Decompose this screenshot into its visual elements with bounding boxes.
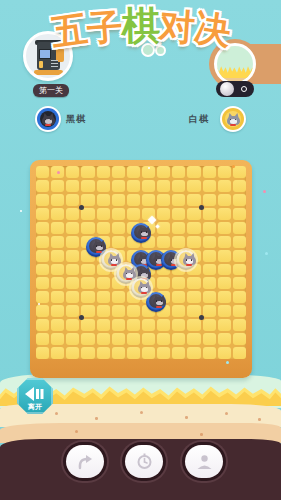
board-cell (218, 222, 231, 234)
board-cell (97, 222, 110, 234)
board-cell (172, 347, 185, 359)
board-cell (66, 194, 79, 206)
board-cell (233, 305, 246, 317)
board-cell (203, 250, 216, 262)
board-cell (51, 264, 64, 276)
confetti-speck (265, 252, 268, 255)
game-screen: 五子棋对决 第一关 黑棋 白棋 (0, 0, 281, 500)
board-cell (203, 222, 216, 234)
board-cell (51, 222, 64, 234)
board-cell (233, 180, 246, 192)
board-cell (142, 319, 155, 331)
board-cell (172, 236, 185, 248)
board-cell (66, 236, 79, 248)
mini-stone-icon (241, 86, 247, 92)
board-cell (233, 333, 246, 345)
board-cell (203, 236, 216, 248)
confetti-speck (263, 190, 266, 193)
board-cell (142, 333, 155, 345)
board-cell (51, 250, 64, 262)
board-cell (218, 319, 231, 331)
board-cell (187, 291, 200, 303)
confetti-speck (226, 361, 229, 364)
board-cell (218, 291, 231, 303)
board-cell (36, 250, 49, 262)
board-cell (218, 264, 231, 276)
redo-button[interactable] (66, 445, 104, 478)
board-cell (36, 236, 49, 248)
board-cell (203, 319, 216, 331)
board-cell (157, 222, 170, 234)
board-cell (51, 208, 64, 220)
board-cell (112, 333, 125, 345)
board-cell (233, 277, 246, 289)
board-cell (203, 291, 216, 303)
confetti-speck (57, 171, 60, 174)
board-cell (36, 264, 49, 276)
board-cell (51, 333, 64, 345)
board-cell (218, 180, 231, 192)
board-cell (233, 222, 246, 234)
board-cell (36, 222, 49, 234)
black-player-label: 黑棋 (66, 113, 86, 126)
board-cell (127, 208, 140, 220)
board-cell (97, 319, 110, 331)
board-cell (51, 236, 64, 248)
board-cell (142, 347, 155, 359)
board-cell (97, 166, 110, 178)
board-cell (187, 333, 200, 345)
curved-arrow-icon (76, 454, 94, 470)
stone-white (131, 278, 151, 298)
board-cell (97, 347, 110, 359)
board-cell (51, 319, 64, 331)
board-cell (233, 208, 246, 220)
board-cell (51, 291, 64, 303)
board-cell (157, 333, 170, 345)
board-cell (172, 222, 185, 234)
black-player-avatar (35, 106, 61, 132)
star-point (199, 205, 204, 210)
board-cell (36, 291, 49, 303)
board-cell (157, 277, 170, 289)
board-cell (233, 347, 246, 359)
clock-icon (136, 453, 153, 470)
board-cell (36, 347, 49, 359)
board-cell (81, 264, 94, 276)
board-cell (36, 305, 49, 317)
timer-button[interactable] (125, 445, 163, 478)
board-cell (51, 347, 64, 359)
board-cell (203, 305, 216, 317)
board-cell (97, 208, 110, 220)
board-cell (66, 180, 79, 192)
board-cell (233, 319, 246, 331)
board-cell (203, 277, 216, 289)
board-cell (112, 166, 125, 178)
board-cell (36, 166, 49, 178)
board-cell (172, 166, 185, 178)
white-player-avatar (220, 106, 246, 132)
board-cell (203, 194, 216, 206)
board-cell (127, 194, 140, 206)
board-cell (172, 319, 185, 331)
board-cell (233, 166, 246, 178)
board-cell (218, 347, 231, 359)
board-cell (51, 277, 64, 289)
board-cell (36, 277, 49, 289)
board-cell (112, 208, 125, 220)
board-cell (157, 180, 170, 192)
board-cell (172, 208, 185, 220)
board-cell (157, 194, 170, 206)
board-cell (81, 222, 94, 234)
stone-black (146, 292, 166, 312)
star-point (199, 315, 204, 320)
confetti-speck (148, 167, 150, 169)
board-cell (172, 194, 185, 206)
level-progress-indicator (216, 81, 254, 97)
page-title: 五子棋对决 (0, 4, 281, 53)
board-cell (66, 208, 79, 220)
board-cell (81, 277, 94, 289)
person-icon (196, 454, 213, 470)
board-cell (66, 222, 79, 234)
board-cell (81, 319, 94, 331)
board-cell (218, 333, 231, 345)
star-point (79, 205, 84, 210)
stone-black (131, 223, 151, 243)
board-cell (233, 194, 246, 206)
board-cell (112, 291, 125, 303)
board-cell (203, 180, 216, 192)
title-char: 决 (191, 4, 233, 58)
board-cell (66, 305, 79, 317)
board-cell (187, 194, 200, 206)
board-cell (218, 194, 231, 206)
board-cell (142, 180, 155, 192)
board-cell (218, 236, 231, 248)
board-cell (142, 194, 155, 206)
board-cell (187, 180, 200, 192)
board-cell (172, 291, 185, 303)
title-char: 五 (48, 5, 90, 59)
board-cell (157, 319, 170, 331)
board-cell (36, 194, 49, 206)
board-cell (127, 305, 140, 317)
board-cell (203, 264, 216, 276)
board-cell (81, 194, 94, 206)
back-arrow-icon (25, 386, 45, 402)
board-cell (66, 277, 79, 289)
board-cell (233, 264, 246, 276)
board-cell (112, 305, 125, 317)
board-cell (97, 333, 110, 345)
board-cell (81, 291, 94, 303)
board-cell (233, 250, 246, 262)
board-cell (127, 180, 140, 192)
board-cell (203, 208, 216, 220)
board-cell (51, 194, 64, 206)
board-cell (66, 333, 79, 345)
board-cell (81, 208, 94, 220)
board-cell (203, 166, 216, 178)
board-cell (157, 347, 170, 359)
board-cell (97, 180, 110, 192)
confetti-speck (232, 165, 235, 168)
board-cell (81, 180, 94, 192)
board-cell (203, 347, 216, 359)
board-cell (66, 347, 79, 359)
board-cell (218, 208, 231, 220)
board-cell (97, 291, 110, 303)
confetti-speck (20, 210, 22, 212)
board-cell (66, 166, 79, 178)
board-cell (172, 333, 185, 345)
board-cell (187, 277, 200, 289)
board-cell (112, 180, 125, 192)
star-point (79, 315, 84, 320)
board-cell (97, 305, 110, 317)
board-cell (66, 250, 79, 262)
board-cell (97, 277, 110, 289)
board-cell (36, 333, 49, 345)
board-cell (127, 319, 140, 331)
board-cell (66, 319, 79, 331)
board-cell (157, 208, 170, 220)
board-cell (51, 180, 64, 192)
board-cell (127, 166, 140, 178)
board-cell (112, 222, 125, 234)
board-cell (66, 291, 79, 303)
board-cell (112, 319, 125, 331)
profile-button[interactable] (185, 445, 223, 478)
board-cell (172, 305, 185, 317)
title-char: 棋 (121, 0, 161, 53)
board-cell (51, 305, 64, 317)
confetti-speck (38, 303, 40, 305)
title-char: 子 (85, 3, 124, 54)
board-cell (218, 250, 231, 262)
board-cell (187, 222, 200, 234)
board-cell (187, 347, 200, 359)
title-char: 对 (157, 2, 196, 53)
board-cell (172, 277, 185, 289)
board-cell (112, 236, 125, 248)
level-badge: 第一关 (33, 84, 69, 97)
board-cell (218, 166, 231, 178)
board-cell (81, 166, 94, 178)
board-cell (81, 347, 94, 359)
board-cell (127, 347, 140, 359)
board-cell (172, 180, 185, 192)
progress-ball-icon (220, 82, 234, 96)
board-cell (127, 333, 140, 345)
board-cell (66, 264, 79, 276)
board-cell (112, 194, 125, 206)
board-cell (218, 305, 231, 317)
board-cell (36, 208, 49, 220)
grass-icon (215, 65, 256, 78)
board-cell (81, 333, 94, 345)
board-cell (187, 236, 200, 248)
board-cell (187, 319, 200, 331)
board-cell (187, 166, 200, 178)
board-cell (112, 347, 125, 359)
white-player-label: 白棋 (189, 113, 209, 126)
board-cell (97, 194, 110, 206)
board-cell (233, 291, 246, 303)
board-cell (157, 166, 170, 178)
board-cell (36, 180, 49, 192)
board-cell (157, 236, 170, 248)
board-cell (218, 277, 231, 289)
board-cell (187, 208, 200, 220)
board-cell (203, 333, 216, 345)
board-cell (233, 236, 246, 248)
board-cell (36, 319, 49, 331)
